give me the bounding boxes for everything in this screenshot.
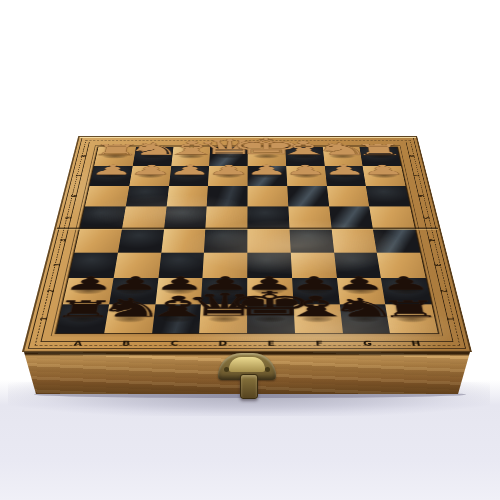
rank-label-4-left: 4 bbox=[59, 238, 69, 243]
rank-label-5-right: 5 bbox=[420, 215, 430, 220]
pawn-icon: ♟ bbox=[377, 274, 432, 292]
rank-label-8-right: 8 bbox=[406, 154, 415, 158]
rank-label-4-right: 4 bbox=[426, 238, 436, 243]
rank-label-5-left: 5 bbox=[65, 215, 75, 220]
scene: ABCDEFGH1122334455667788♜♞♝♛♚♝♞♜♟♟♟♟♟♟♟♟… bbox=[0, 0, 500, 500]
pawn-icon: ♟ bbox=[360, 163, 407, 176]
product-photo: ABCDEFGH1122334455667788♜♞♝♛♚♝♞♜♟♟♟♟♟♟♟♟… bbox=[0, 0, 500, 500]
rank-label-6-right: 6 bbox=[415, 194, 424, 198]
rook-icon: ♜ bbox=[352, 142, 406, 157]
rank-label-7-left: 7 bbox=[76, 174, 85, 178]
rank-label-7-right: 7 bbox=[411, 174, 420, 178]
rank-label-6-left: 6 bbox=[70, 194, 79, 198]
chess-board: ABCDEFGH1122334455667788♜♞♝♛♚♝♞♜♟♟♟♟♟♟♟♟… bbox=[22, 136, 472, 352]
